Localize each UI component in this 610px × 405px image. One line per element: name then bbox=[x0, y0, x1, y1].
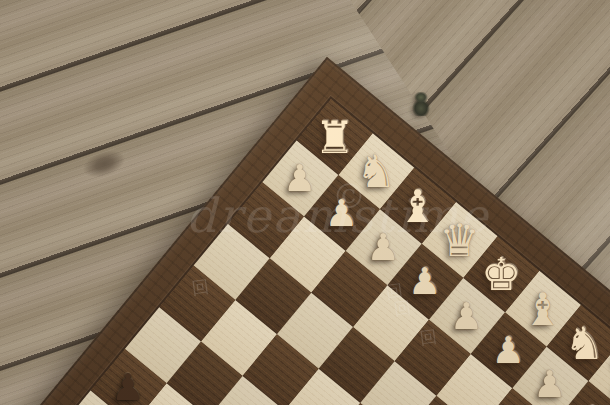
white-pawn: ♟ bbox=[450, 297, 483, 334]
white-bishop: ♝ bbox=[398, 183, 438, 228]
white-knight: ♞ bbox=[564, 321, 604, 366]
white-king: ♚ bbox=[481, 252, 521, 297]
white-queen: ♛ bbox=[439, 217, 479, 262]
black-pawn: ♟ bbox=[112, 368, 145, 405]
white-pawn: ♟ bbox=[534, 366, 567, 403]
stock-photo-scene: ♜♞♝♛♚♝♞♜♟♟♟♟♟♟♟♟♟♟♟♟♟♟♟♟♜♞♝♛♚♝♞♜ dreamst… bbox=[0, 0, 610, 405]
small-dark-object-on-table bbox=[412, 92, 430, 116]
white-pawn: ♟ bbox=[492, 332, 525, 369]
white-pawn: ♟ bbox=[575, 401, 608, 405]
white-pawn: ♟ bbox=[325, 194, 358, 231]
white-pawn: ♟ bbox=[367, 229, 400, 266]
white-pawn: ♟ bbox=[409, 263, 442, 300]
white-knight: ♞ bbox=[356, 149, 396, 194]
white-pawn: ♟ bbox=[284, 160, 317, 197]
white-bishop: ♝ bbox=[523, 286, 563, 331]
white-rook: ♜ bbox=[606, 355, 610, 400]
white-rook: ♜ bbox=[314, 114, 354, 159]
